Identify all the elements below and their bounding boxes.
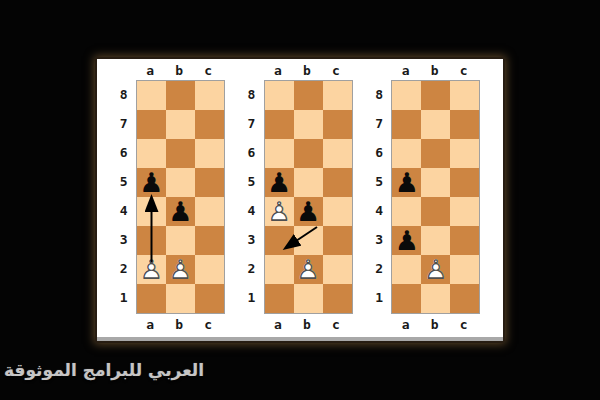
square-a8 <box>392 81 421 110</box>
square-c2 <box>450 255 479 284</box>
rank-label-8: 8 <box>248 80 264 109</box>
chess-board-3: ♟♟♟♙ <box>391 80 480 314</box>
square-c4 <box>195 197 224 226</box>
square-c2 <box>323 255 352 284</box>
file-labels-bottom: abc <box>264 314 351 334</box>
file-label-b: b <box>293 62 322 80</box>
file-label-a: a <box>136 62 165 80</box>
rank-label-3: 3 <box>120 225 136 254</box>
rank-label-4: 4 <box>120 196 136 225</box>
square-c8 <box>450 81 479 110</box>
square-a4 <box>392 197 421 226</box>
black-pawn: ♟ <box>392 226 421 255</box>
board-group-1: abc87654321♟♟♟♙♟♙abc <box>120 62 225 334</box>
file-label-c: c <box>449 62 478 80</box>
square-b3 <box>166 226 195 255</box>
square-b1 <box>294 284 323 313</box>
file-label-c: c <box>194 316 223 334</box>
square-c7 <box>450 110 479 139</box>
rank-label-2: 2 <box>248 254 264 283</box>
square-c6 <box>323 139 352 168</box>
board-group-3: abc87654321♟♟♟♙abc <box>375 62 480 334</box>
black-pawn: ♟ <box>166 197 195 226</box>
file-label-b: b <box>165 316 194 334</box>
square-a7 <box>137 110 166 139</box>
rank-label-7: 7 <box>120 109 136 138</box>
square-a6 <box>392 139 421 168</box>
square-b5 <box>421 168 450 197</box>
chess-board-2: ♟♟♙♟♟♙ <box>264 80 353 314</box>
square-b7 <box>166 110 195 139</box>
square-a5: ♟ <box>392 168 421 197</box>
square-c8 <box>323 81 352 110</box>
square-b6 <box>166 139 195 168</box>
rank-label-3: 3 <box>248 225 264 254</box>
black-pawn: ♟ <box>294 197 323 226</box>
square-c2 <box>195 255 224 284</box>
rank-label-1: 1 <box>375 283 391 312</box>
file-label-a: a <box>391 62 420 80</box>
square-a5: ♟ <box>137 168 166 197</box>
square-a1 <box>137 284 166 313</box>
square-c4 <box>450 197 479 226</box>
rank-label-2: 2 <box>120 254 136 283</box>
square-c3 <box>323 226 352 255</box>
square-b5 <box>294 168 323 197</box>
file-label-a: a <box>136 316 165 334</box>
square-a5: ♟ <box>265 168 294 197</box>
square-b6 <box>294 139 323 168</box>
square-b5 <box>166 168 195 197</box>
square-b8 <box>294 81 323 110</box>
white-pawn: ♟♙ <box>166 255 195 284</box>
file-label-c: c <box>322 62 351 80</box>
white-pawn: ♟♙ <box>265 197 294 226</box>
square-c3 <box>450 226 479 255</box>
boards-row: abc87654321♟♟♟♙♟♙abcabc87654321♟♟♙♟♟♙abc… <box>97 62 503 334</box>
square-a7 <box>392 110 421 139</box>
rank-label-3: 3 <box>375 225 391 254</box>
board-group-2: abc87654321♟♟♙♟♟♙abc <box>248 62 353 334</box>
black-pawn: ♟ <box>392 168 421 197</box>
square-b4: ♟ <box>166 197 195 226</box>
rank-label-6: 6 <box>248 138 264 167</box>
file-label-c: c <box>322 316 351 334</box>
square-c7 <box>195 110 224 139</box>
square-a4 <box>137 197 166 226</box>
watermark-text: العربي للبرامج الموثوقة <box>4 360 204 380</box>
square-b6 <box>421 139 450 168</box>
rank-label-2: 2 <box>375 254 391 283</box>
rank-labels: 87654321 <box>120 80 136 314</box>
square-a3 <box>265 226 294 255</box>
square-a3: ♟ <box>392 226 421 255</box>
rank-label-4: 4 <box>375 196 391 225</box>
square-c3 <box>195 226 224 255</box>
square-b1 <box>421 284 450 313</box>
file-label-c: c <box>194 62 223 80</box>
square-a3 <box>137 226 166 255</box>
rank-labels: 87654321 <box>375 80 391 314</box>
file-labels-bottom: abc <box>391 314 478 334</box>
white-pawn: ♟♙ <box>294 255 323 284</box>
square-a1 <box>265 284 294 313</box>
square-b8 <box>166 81 195 110</box>
file-label-a: a <box>264 316 293 334</box>
square-a8 <box>265 81 294 110</box>
rank-label-5: 5 <box>248 167 264 196</box>
file-labels-top: abc <box>136 62 223 80</box>
page-background: abc87654321♟♟♟♙♟♙abcabc87654321♟♟♙♟♟♙abc… <box>0 0 600 400</box>
square-c6 <box>450 139 479 168</box>
rank-labels: 87654321 <box>248 80 264 314</box>
file-label-b: b <box>165 62 194 80</box>
square-b1 <box>166 284 195 313</box>
square-a6 <box>137 139 166 168</box>
square-a6 <box>265 139 294 168</box>
square-a4: ♟♙ <box>265 197 294 226</box>
file-labels-bottom: abc <box>136 314 223 334</box>
square-b2: ♟♙ <box>421 255 450 284</box>
square-a2: ♟♙ <box>137 255 166 284</box>
file-label-a: a <box>391 316 420 334</box>
rank-label-6: 6 <box>375 138 391 167</box>
rank-label-6: 6 <box>120 138 136 167</box>
chess-board-1: ♟♟♟♙♟♙ <box>136 80 225 314</box>
square-b4: ♟ <box>294 197 323 226</box>
square-b3 <box>294 226 323 255</box>
square-a8 <box>137 81 166 110</box>
square-b2: ♟♙ <box>166 255 195 284</box>
square-c5 <box>195 168 224 197</box>
square-c5 <box>323 168 352 197</box>
file-label-c: c <box>449 316 478 334</box>
square-b4 <box>421 197 450 226</box>
square-c1 <box>323 284 352 313</box>
black-pawn: ♟ <box>137 168 166 197</box>
diagram-panel: abc87654321♟♟♟♙♟♙abcabc87654321♟♟♙♟♟♙abc… <box>97 59 503 341</box>
square-a2 <box>392 255 421 284</box>
file-labels-top: abc <box>264 62 351 80</box>
rank-label-5: 5 <box>375 167 391 196</box>
square-c1 <box>450 284 479 313</box>
square-b3 <box>421 226 450 255</box>
square-a1 <box>392 284 421 313</box>
file-label-b: b <box>420 316 449 334</box>
square-b2: ♟♙ <box>294 255 323 284</box>
file-label-b: b <box>420 62 449 80</box>
square-c8 <box>195 81 224 110</box>
white-pawn: ♟♙ <box>421 255 450 284</box>
rank-label-7: 7 <box>248 109 264 138</box>
square-c4 <box>323 197 352 226</box>
rank-label-1: 1 <box>120 283 136 312</box>
rank-label-1: 1 <box>248 283 264 312</box>
rank-label-8: 8 <box>120 80 136 109</box>
file-label-a: a <box>264 62 293 80</box>
square-c6 <box>195 139 224 168</box>
white-pawn: ♟♙ <box>137 255 166 284</box>
square-c1 <box>195 284 224 313</box>
rank-label-5: 5 <box>120 167 136 196</box>
square-c5 <box>450 168 479 197</box>
rank-label-4: 4 <box>248 196 264 225</box>
square-a7 <box>265 110 294 139</box>
rank-label-7: 7 <box>375 109 391 138</box>
square-b7 <box>294 110 323 139</box>
rank-label-8: 8 <box>375 80 391 109</box>
file-label-b: b <box>293 316 322 334</box>
square-a2 <box>265 255 294 284</box>
square-b7 <box>421 110 450 139</box>
square-b8 <box>421 81 450 110</box>
square-c7 <box>323 110 352 139</box>
file-labels-top: abc <box>391 62 478 80</box>
black-pawn: ♟ <box>265 168 294 197</box>
